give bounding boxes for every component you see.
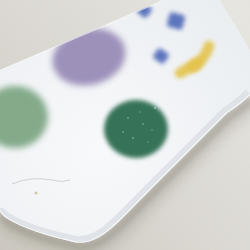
photo-frosted-bar <box>0 0 250 250</box>
dark-green-blob <box>104 100 168 158</box>
bar-speck <box>35 192 38 195</box>
photo-canvas <box>0 0 250 250</box>
